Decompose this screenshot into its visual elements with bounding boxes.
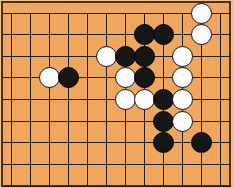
board-point[interactable] (78, 24, 97, 46)
board-point[interactable] (192, 2, 211, 24)
board-point[interactable] (2, 45, 21, 67)
board-point[interactable] (211, 110, 230, 132)
board-point[interactable] (21, 24, 40, 46)
black-stone[interactable] (134, 24, 155, 45)
board-point[interactable] (59, 45, 78, 67)
black-stone[interactable] (153, 24, 174, 45)
board-point[interactable] (116, 24, 135, 46)
white-stone[interactable] (96, 46, 117, 67)
board-point[interactable] (97, 67, 116, 89)
board-point[interactable] (78, 45, 97, 67)
go-diagram (0, 0, 234, 188)
board-point[interactable] (78, 2, 97, 24)
board-point[interactable] (211, 89, 230, 111)
board-point[interactable] (40, 110, 59, 132)
white-stone[interactable] (191, 3, 212, 24)
board-point[interactable] (173, 175, 192, 188)
board-point[interactable] (40, 89, 59, 111)
black-stone[interactable] (115, 46, 136, 67)
board-point[interactable] (2, 89, 21, 111)
white-stone[interactable] (115, 89, 136, 110)
white-stone[interactable] (172, 67, 193, 88)
board-point[interactable] (59, 67, 78, 89)
board-point[interactable] (154, 2, 173, 24)
board-point[interactable] (154, 45, 173, 67)
board-point[interactable] (97, 132, 116, 154)
board-point[interactable] (211, 24, 230, 46)
board-point[interactable] (135, 175, 154, 188)
board-point[interactable] (173, 2, 192, 24)
board-point[interactable] (2, 110, 21, 132)
board-point[interactable] (192, 132, 211, 154)
board-point[interactable] (97, 154, 116, 176)
board-point[interactable] (59, 132, 78, 154)
board-point[interactable] (40, 67, 59, 89)
board-point[interactable] (97, 24, 116, 46)
board-point[interactable] (59, 110, 78, 132)
board-point[interactable] (135, 132, 154, 154)
board-point[interactable] (116, 154, 135, 176)
board-point[interactable] (173, 89, 192, 111)
board-point[interactable] (78, 89, 97, 111)
white-stone[interactable] (172, 111, 193, 132)
black-stone[interactable] (134, 67, 155, 88)
board-point[interactable] (192, 110, 211, 132)
board-point[interactable] (211, 175, 230, 188)
white-stone[interactable] (115, 67, 136, 88)
board-point[interactable] (192, 154, 211, 176)
board-point[interactable] (78, 110, 97, 132)
white-stone[interactable] (191, 24, 212, 45)
board-point[interactable] (192, 89, 211, 111)
black-stone[interactable] (153, 89, 174, 110)
board-point[interactable] (40, 24, 59, 46)
board-point[interactable] (211, 45, 230, 67)
board-point[interactable] (40, 45, 59, 67)
board-point[interactable] (135, 2, 154, 24)
board-point[interactable] (116, 67, 135, 89)
board-point[interactable] (21, 154, 40, 176)
board-point[interactable] (21, 175, 40, 188)
board-point[interactable] (154, 67, 173, 89)
board-point[interactable] (78, 154, 97, 176)
board-point[interactable] (211, 154, 230, 176)
board-point[interactable] (97, 175, 116, 188)
board-point[interactable] (135, 154, 154, 176)
board-point[interactable] (59, 89, 78, 111)
board-point[interactable] (211, 132, 230, 154)
board-point[interactable] (21, 2, 40, 24)
board-point[interactable] (2, 24, 21, 46)
board-point[interactable] (2, 132, 21, 154)
board-point[interactable] (135, 24, 154, 46)
board-point[interactable] (2, 154, 21, 176)
board-point[interactable] (59, 2, 78, 24)
board-point[interactable] (21, 132, 40, 154)
board-point[interactable] (97, 110, 116, 132)
board-point[interactable] (2, 175, 21, 188)
board-point[interactable] (21, 89, 40, 111)
board-point[interactable] (173, 67, 192, 89)
board-point[interactable] (116, 110, 135, 132)
board-point[interactable] (116, 2, 135, 24)
board-point[interactable] (192, 45, 211, 67)
board-point[interactable] (135, 45, 154, 67)
board-point[interactable] (116, 175, 135, 188)
board-point[interactable] (192, 24, 211, 46)
board-point[interactable] (59, 24, 78, 46)
board-point[interactable] (78, 175, 97, 188)
board-point[interactable] (211, 67, 230, 89)
board-point[interactable] (154, 132, 173, 154)
board-point[interactable] (116, 45, 135, 67)
black-stone[interactable] (153, 132, 174, 153)
board-point[interactable] (192, 175, 211, 188)
board-point[interactable] (59, 154, 78, 176)
board-point[interactable] (2, 2, 21, 24)
board-point[interactable] (40, 2, 59, 24)
board-point[interactable] (173, 110, 192, 132)
white-stone[interactable] (172, 46, 193, 67)
go-board[interactable] (2, 2, 230, 188)
board-point[interactable] (2, 67, 21, 89)
board-point[interactable] (154, 175, 173, 188)
black-stone[interactable] (58, 67, 79, 88)
board-point[interactable] (154, 110, 173, 132)
board-point[interactable] (21, 45, 40, 67)
white-stone[interactable] (172, 89, 193, 110)
board-point[interactable] (211, 2, 230, 24)
board-point[interactable] (78, 67, 97, 89)
board-point[interactable] (97, 45, 116, 67)
board-point[interactable] (40, 175, 59, 188)
black-stone[interactable] (134, 46, 155, 67)
black-stone[interactable] (191, 132, 212, 153)
board-point[interactable] (40, 154, 59, 176)
board-point[interactable] (21, 110, 40, 132)
board-point[interactable] (173, 45, 192, 67)
board-point[interactable] (97, 89, 116, 111)
board-point[interactable] (135, 89, 154, 111)
board-point[interactable] (97, 2, 116, 24)
board-point[interactable] (40, 132, 59, 154)
board-point[interactable] (173, 24, 192, 46)
board-point[interactable] (173, 132, 192, 154)
board-point[interactable] (135, 110, 154, 132)
board-point[interactable] (21, 67, 40, 89)
board-point[interactable] (192, 67, 211, 89)
board-point[interactable] (116, 89, 135, 111)
board-point[interactable] (116, 132, 135, 154)
board-point[interactable] (135, 67, 154, 89)
white-stone[interactable] (39, 67, 60, 88)
white-stone[interactable] (134, 89, 155, 110)
board-point[interactable] (173, 154, 192, 176)
board-point[interactable] (154, 24, 173, 46)
board-point[interactable] (59, 175, 78, 188)
board-point[interactable] (78, 132, 97, 154)
board-point[interactable] (154, 154, 173, 176)
board-point[interactable] (154, 89, 173, 111)
black-stone[interactable] (153, 111, 174, 132)
